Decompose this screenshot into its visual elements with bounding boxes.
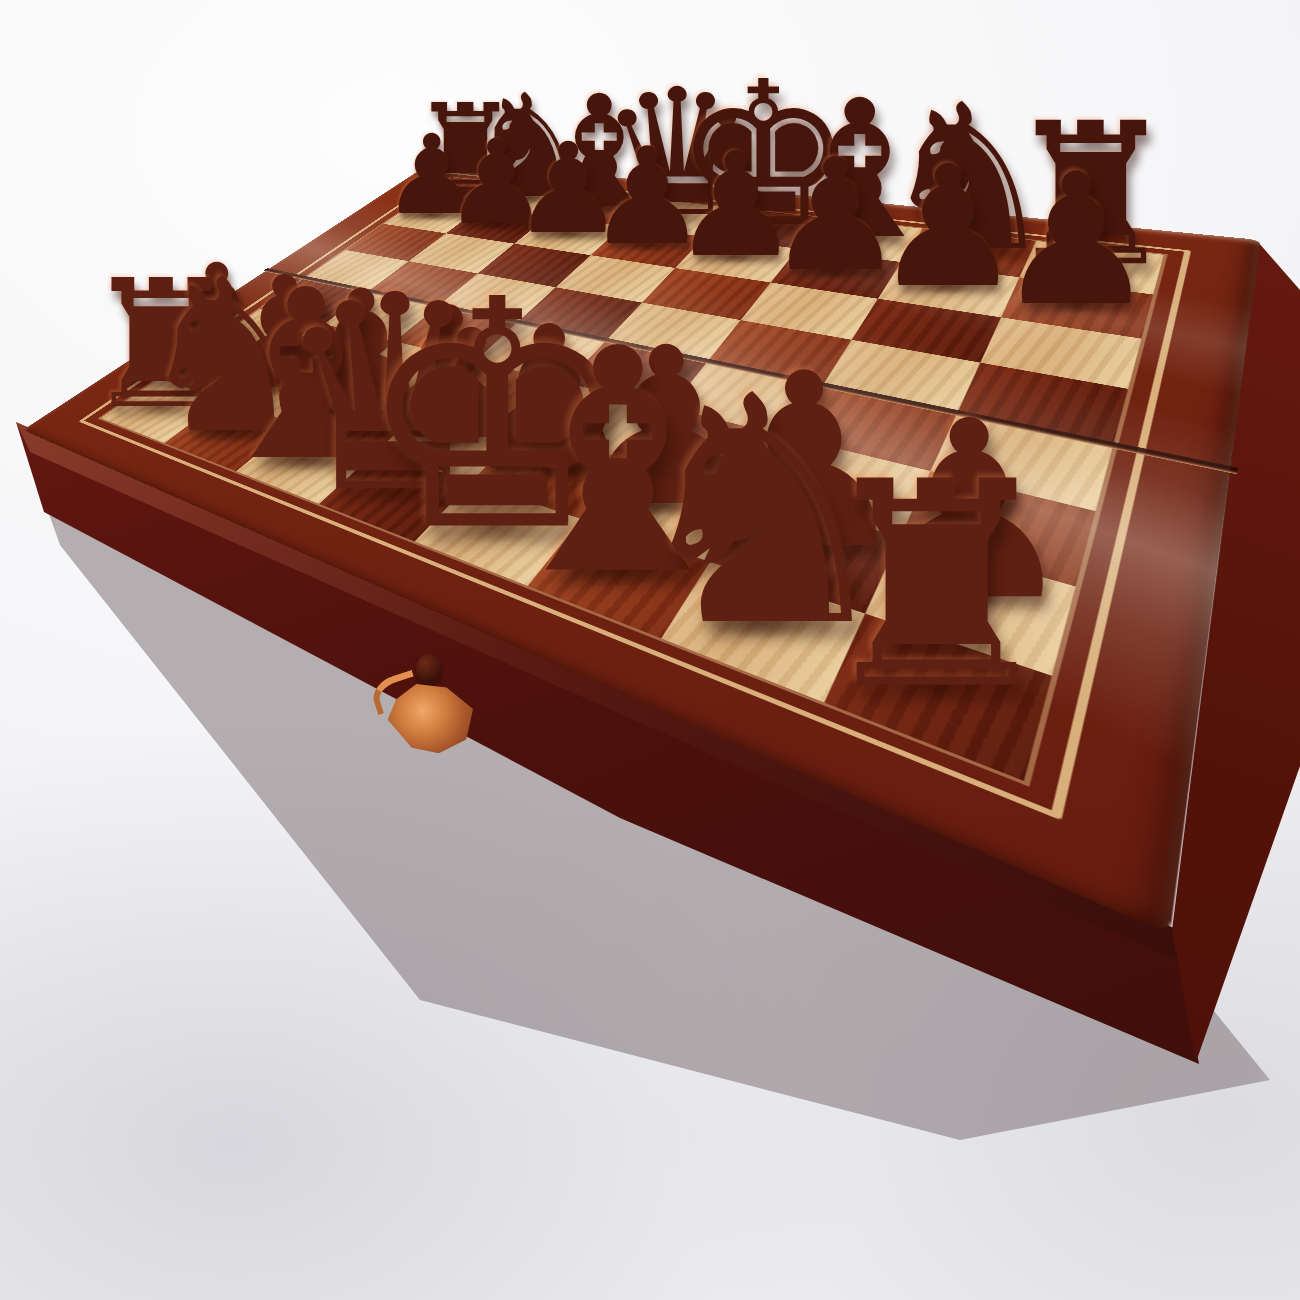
clasp-knob bbox=[416, 654, 442, 684]
clasp-latch bbox=[388, 648, 474, 768]
photo-background: ♜♞♝♛♚♝♞♜♟♟♟♟♟♟♟♟♟♟♟♟♟♟♟♟♜♞♝♛♚♝♞♜ bbox=[0, 0, 1300, 1300]
